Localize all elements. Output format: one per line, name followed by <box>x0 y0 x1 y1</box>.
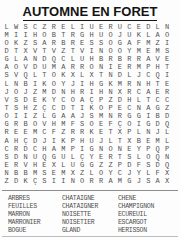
word-list-item: BOGUE <box>8 227 62 235</box>
grid-cell: D <box>115 72 124 80</box>
grid-cell: S <box>144 178 153 186</box>
word-list: ARBRESFEUILLESMARRONMARRONIERBOGUE CHATA… <box>8 195 176 235</box>
grid-cell: R <box>87 178 96 186</box>
grid-cell: P <box>68 137 77 145</box>
grid-cell: E <box>162 80 171 88</box>
grid-cell: M <box>115 178 124 186</box>
grid-cell: T <box>40 72 49 80</box>
grid-cell: K <box>40 80 49 88</box>
grid-cell: E <box>144 137 153 145</box>
grid-cell: I <box>49 137 58 145</box>
grid-cell: I <box>162 72 171 80</box>
grid-cell: K <box>59 137 68 145</box>
grid-cell: Q <box>21 72 30 80</box>
grid-cell: K <box>21 178 30 186</box>
grid-cell: E <box>134 23 143 31</box>
grid-cell: J <box>96 137 105 145</box>
grid-cell: L <box>134 129 143 137</box>
word-list-item: NOISETIER <box>62 219 118 227</box>
grid-cell: O <box>49 80 58 88</box>
grid-cell: D <box>11 178 20 186</box>
grid-cell: A <box>153 178 162 186</box>
grid-cell: X <box>115 129 124 137</box>
grid-cell: X <box>87 72 96 80</box>
grid-cell: J <box>40 137 49 145</box>
word-list-item: ARBRES <box>8 195 62 203</box>
title-bar: AUTOMNE EN FORET <box>0 2 180 21</box>
grid-cell: L <box>153 23 162 31</box>
grid-cell: I <box>30 80 39 88</box>
grid-cell: A <box>106 178 115 186</box>
word-list-item: MARRON <box>8 211 62 219</box>
grid-cell: E <box>21 129 30 137</box>
grid-cell: L <box>162 137 171 145</box>
word-list-column-1: ARBRESFEUILLESMARRONMARRONIERBOGUE <box>8 195 62 235</box>
grid-cell: R <box>68 129 77 137</box>
grid-cell: Ç <box>30 178 39 186</box>
grid-cell: P <box>125 129 134 137</box>
grid-cell: T <box>153 80 162 88</box>
grid-cell: S <box>2 72 11 80</box>
word-list-item: ESCARGOT <box>118 219 176 227</box>
grid-cell: R <box>106 23 115 31</box>
grid-cell: L <box>30 72 39 80</box>
grid-cell: E <box>11 129 20 137</box>
grid-cell: N <box>106 72 115 80</box>
grid-cell: C <box>30 23 39 31</box>
grid-cell: J <box>134 178 143 186</box>
grid-cell: D <box>144 23 153 31</box>
grid-cell: N <box>68 178 77 186</box>
grid-cell: B <box>134 137 143 145</box>
grid-cell: K <box>106 80 115 88</box>
grid-cell: Z <box>40 23 49 31</box>
grid-cell: U <box>87 137 96 145</box>
grid-cell: Y <box>59 80 68 88</box>
grid-cell: T <box>106 129 115 137</box>
grid-cell: Z <box>59 129 68 137</box>
grid-cell: T <box>115 137 124 145</box>
word-list-item: FEUILLES <box>8 203 62 211</box>
grid-cell: I <box>78 80 87 88</box>
grid-cell: I <box>49 178 58 186</box>
grid-cell: E <box>96 129 105 137</box>
word-list-item: CHATAIGNER <box>62 203 118 211</box>
grid-cell: L <box>125 72 134 80</box>
grid-cell: X <box>162 178 171 186</box>
grid-cell: L <box>2 23 11 31</box>
grid-cell: I <box>59 178 68 186</box>
grid-cell: M <box>30 129 39 137</box>
grid-cell: H <box>87 80 96 88</box>
grid-cell: R <box>78 129 87 137</box>
word-list-item: CHENE <box>118 195 176 203</box>
word-list-item: CHAMPIGNON <box>118 203 176 211</box>
grid-cell: U <box>115 23 124 31</box>
word-list-item: GLAND <box>62 227 118 235</box>
grid-cell: H <box>144 80 153 88</box>
grid-cell: J <box>153 129 162 137</box>
grid-cell: G <box>96 80 105 88</box>
grid-cell: A <box>2 137 11 145</box>
grid-cell: K <box>87 129 96 137</box>
grid-cell: R <box>96 178 105 186</box>
grid-cell: W <box>11 23 20 31</box>
grid-cell: N <box>11 80 20 88</box>
grid-cell: H <box>78 137 87 145</box>
puzzle-title: AUTOMNE EN FORET <box>23 4 158 21</box>
grid-cell: O <box>78 178 87 186</box>
grid-cell: C <box>125 23 134 31</box>
grid-cell: U <box>87 23 96 31</box>
letter-grid: LWSCZRELIUERUCEDLNMIIHOBTRGHUOJUKLAOOKZS… <box>2 23 172 186</box>
word-list-item: HERISSON <box>118 227 176 235</box>
grid-cell: Z <box>2 178 11 186</box>
word-list-item: CHATAIGNE <box>62 195 118 203</box>
grid-cell: L <box>2 80 11 88</box>
grid-cell: C <box>144 72 153 80</box>
word-list-item: NOISETTE <box>62 211 118 219</box>
grid-cell: Q <box>153 72 162 80</box>
grid-cell: X <box>68 72 77 80</box>
divider-line-bottom <box>2 236 178 237</box>
grid-cell: R <box>125 80 134 88</box>
grid-cell: O <box>49 72 58 80</box>
grid-cell: H <box>11 137 20 145</box>
grid-cell: X <box>125 137 134 145</box>
grid-cell: N <box>162 23 171 31</box>
grid-cell: J <box>134 72 143 80</box>
word-list-column-3: CHENECHAMPIGNONECUREUILESCARGOTHERISSON <box>118 195 176 235</box>
grid-cell: F <box>49 129 58 137</box>
grid-cell: L <box>106 137 115 145</box>
grid-cell: E <box>96 23 105 31</box>
grid-cell: Ç <box>21 137 30 145</box>
grid-cell: B <box>21 80 30 88</box>
grid-cell: R <box>2 129 11 137</box>
grid-cell: R <box>49 23 58 31</box>
grid-cell: N <box>134 80 143 88</box>
grid-cell: S <box>40 178 49 186</box>
grid-cell: K <box>59 72 68 80</box>
grid-cell: N <box>144 129 153 137</box>
grid-cell: J <box>68 80 77 88</box>
grid-cell: L <box>68 23 77 31</box>
grid-cell: M <box>115 80 124 88</box>
grid-cell: L <box>162 129 171 137</box>
grid-cell: E <box>59 23 68 31</box>
word-list-column-2: CHATAIGNECHATAIGNERNOISETTENOISETIERGLAN… <box>62 195 118 235</box>
grid-cell: D <box>30 137 39 145</box>
grid-cell: L <box>78 72 87 80</box>
divider-line-top <box>2 190 178 191</box>
grid-cell: T <box>96 72 105 80</box>
word-list-item: MARRONIER <box>8 219 62 227</box>
grid-cell: V <box>11 72 20 80</box>
word-list-item: ECUREUIL <box>118 211 176 219</box>
grid-cell: I <box>78 23 87 31</box>
grid-cell: S <box>21 23 30 31</box>
grid-cell: M <box>153 137 162 145</box>
grid-cell: G <box>125 178 134 186</box>
grid-cell: C <box>40 129 49 137</box>
